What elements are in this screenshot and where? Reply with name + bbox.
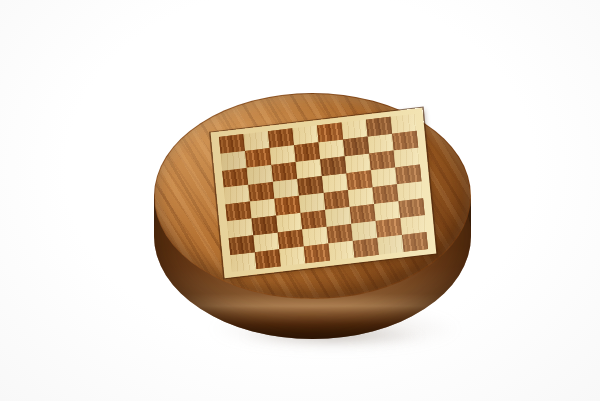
- board-square[interactable]: [343, 137, 369, 157]
- board-square[interactable]: [353, 238, 379, 258]
- product-photo-scene: [0, 0, 600, 401]
- board-square[interactable]: [377, 235, 403, 255]
- board-square[interactable]: [328, 241, 354, 261]
- board-square[interactable]: [304, 244, 330, 264]
- board-square[interactable]: [221, 151, 247, 171]
- board-inlay-frame: [211, 108, 437, 279]
- board-square[interactable]: [366, 117, 392, 137]
- board-square[interactable]: [317, 123, 343, 143]
- board-square[interactable]: [320, 156, 346, 176]
- board-square[interactable]: [252, 216, 278, 236]
- board-square[interactable]: [274, 196, 300, 216]
- chess-board-grid: [219, 114, 428, 272]
- board-square[interactable]: [229, 235, 255, 255]
- board-square[interactable]: [402, 232, 428, 252]
- board-square[interactable]: [299, 193, 325, 213]
- board-square[interactable]: [255, 249, 281, 269]
- board-square[interactable]: [325, 207, 351, 227]
- board-square[interactable]: [230, 252, 256, 272]
- board-square[interactable]: [279, 246, 305, 266]
- board-square[interactable]: [247, 165, 273, 185]
- board-square[interactable]: [351, 221, 377, 241]
- board-square[interactable]: [346, 170, 372, 190]
